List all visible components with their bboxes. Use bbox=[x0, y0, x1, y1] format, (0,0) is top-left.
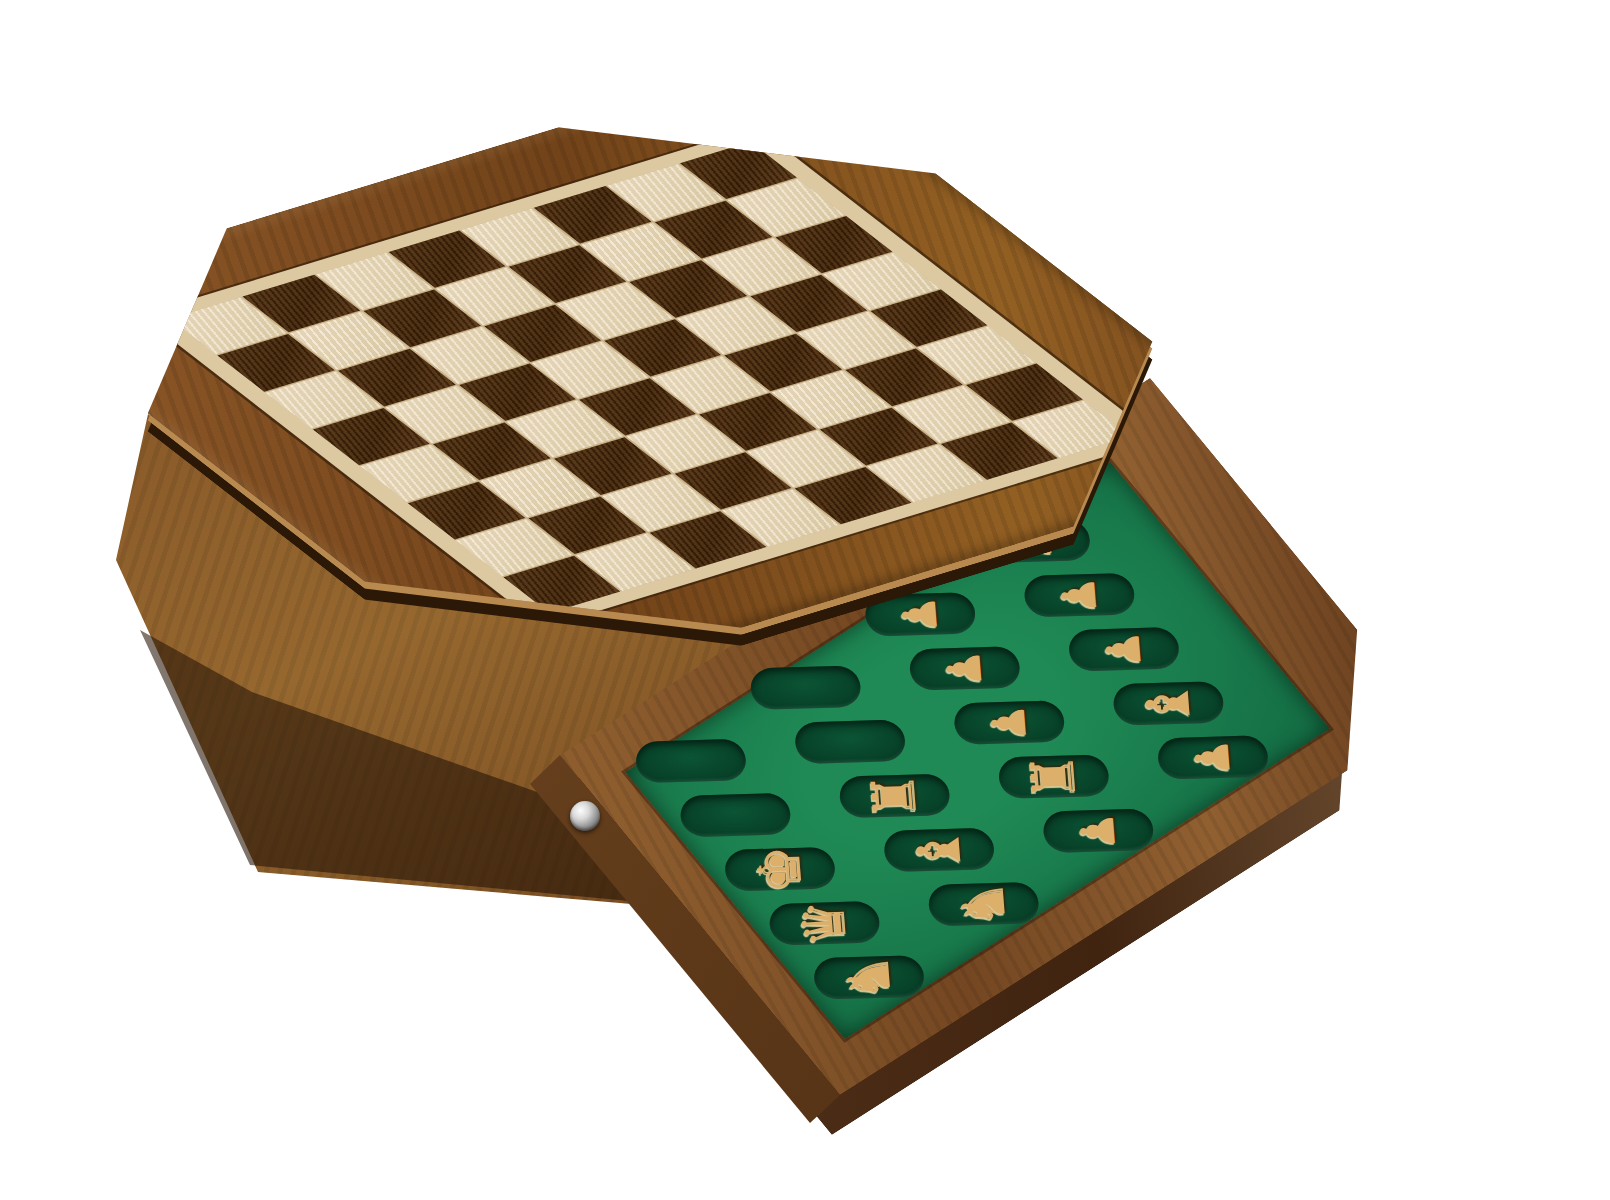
chess-box-product-photo: ♟♟♟♟♚♜♟♟♛♝♜♝♞♞♟♟ bbox=[0, 0, 1610, 1200]
tray-piece-pawn: ♟ bbox=[1074, 811, 1123, 850]
drawer-knob bbox=[570, 801, 600, 831]
tray-slot-r4c0: ♞ bbox=[813, 955, 926, 1000]
tray-piece-pawn: ♟ bbox=[940, 649, 989, 688]
tray-slot-r4c3: ♟ bbox=[1157, 735, 1270, 780]
tray-slot-r1c2: ♟ bbox=[908, 646, 1021, 691]
tray-slot-r2c2: ♟ bbox=[953, 700, 1066, 745]
tray-slot-r1c0 bbox=[679, 793, 792, 838]
tray-piece-bishop: ♝ bbox=[1137, 679, 1200, 728]
tray-piece-queen: ♛ bbox=[793, 899, 856, 948]
tray-slot-r2c0: ♚ bbox=[724, 847, 837, 892]
tray-slot-r0c1 bbox=[749, 665, 862, 710]
chess-board bbox=[170, 142, 1130, 613]
tray-slot-r4c1: ♞ bbox=[927, 882, 1040, 927]
tray-slot-r2c3: ♟ bbox=[1068, 627, 1181, 672]
tray-piece-bishop: ♝ bbox=[908, 825, 971, 874]
tray-piece-rook: ♜ bbox=[1022, 752, 1085, 801]
tray-piece-pawn: ♟ bbox=[985, 703, 1034, 742]
tray-slot-r3c0: ♛ bbox=[768, 901, 881, 946]
tray-slot-r3c3: ♝ bbox=[1112, 681, 1225, 726]
tray-piece-rook: ♜ bbox=[863, 771, 926, 820]
tray-slot-r0c0 bbox=[635, 739, 748, 784]
tray-slot-r4c2: ♟ bbox=[1042, 808, 1155, 853]
tray-slot-r3c2: ♜ bbox=[997, 754, 1110, 799]
tray-piece-pawn: ♟ bbox=[1188, 738, 1237, 777]
tray-slot-r2c1: ♜ bbox=[838, 774, 951, 819]
tray-piece-pawn: ♟ bbox=[896, 595, 945, 634]
tray-piece-king: ♚ bbox=[749, 845, 812, 894]
tray-slot-r3c1: ♝ bbox=[883, 828, 996, 873]
tray-slot-r1c1 bbox=[794, 719, 907, 764]
tray-piece-knight: ♞ bbox=[952, 880, 1015, 929]
tray-piece-pawn: ♟ bbox=[1099, 630, 1148, 669]
tray-piece-knight: ♞ bbox=[838, 953, 901, 1002]
tray-slot-r1c3: ♟ bbox=[1023, 573, 1136, 618]
tray-piece-pawn: ♟ bbox=[1055, 576, 1104, 615]
